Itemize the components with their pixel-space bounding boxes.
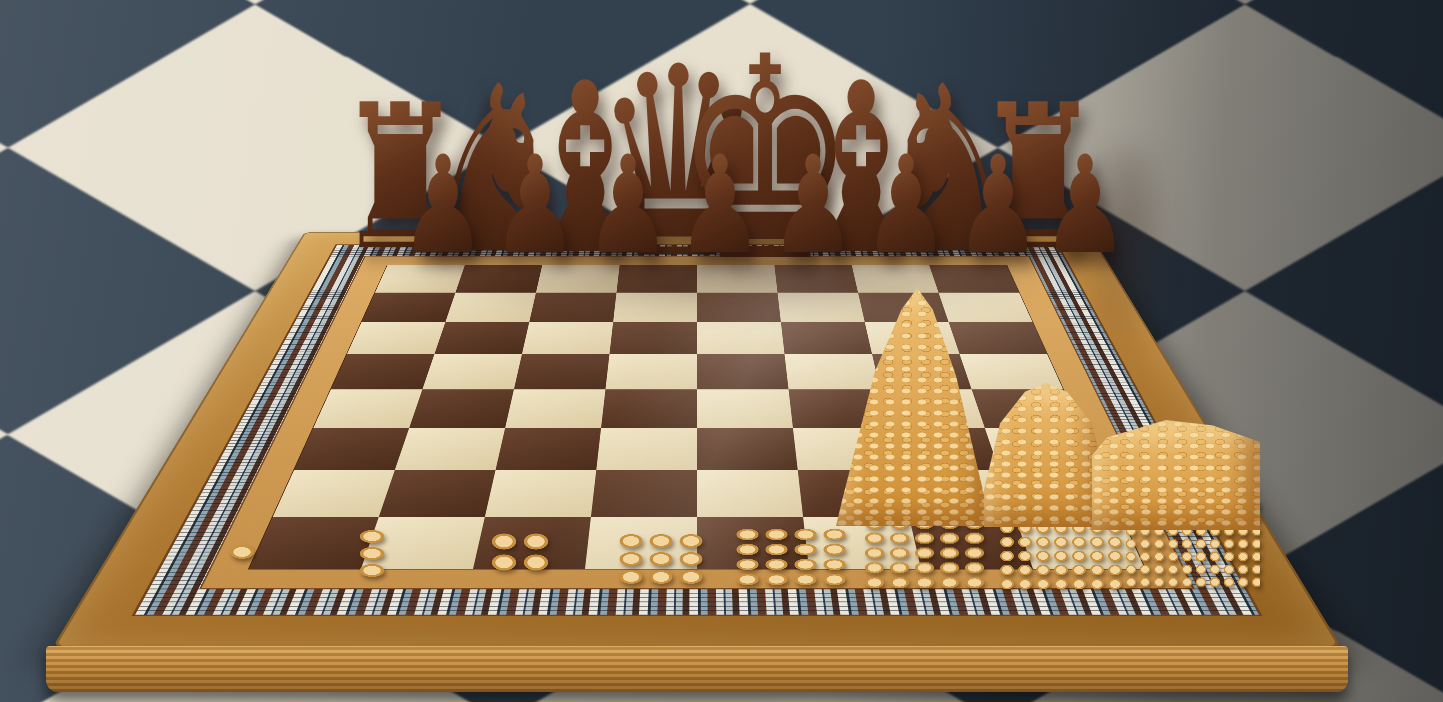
square-c6[interactable] xyxy=(522,322,613,354)
square-c3[interactable] xyxy=(496,428,602,470)
grains-b1 xyxy=(356,528,388,579)
square-c4[interactable] xyxy=(505,389,605,427)
square-h6[interactable] xyxy=(949,322,1048,354)
square-d5[interactable] xyxy=(605,354,697,389)
square-b2[interactable] xyxy=(379,470,496,517)
grains-e1 xyxy=(733,527,849,587)
screenshot-stage: ♜ ♞ ♝ ♛ ♚ ♝ ♞ ♜ ♟ ♟ ♟ ♟ ♟ ♟ ♟ ♟ xyxy=(0,0,1443,702)
square-c5[interactable] xyxy=(514,354,610,389)
square-c2[interactable] xyxy=(485,470,596,517)
wheat-pile-low-heap xyxy=(1092,420,1260,530)
square-a5[interactable] xyxy=(331,354,435,389)
square-a3[interactable] xyxy=(294,428,409,470)
square-a4[interactable] xyxy=(313,389,422,427)
square-d6[interactable] xyxy=(609,322,697,354)
square-e2[interactable] xyxy=(697,470,803,517)
board-front-bevel xyxy=(46,646,1348,692)
grains-c1 xyxy=(488,531,552,573)
square-b5[interactable] xyxy=(422,354,522,389)
piece-e7-black-pawn[interactable]: ♟ xyxy=(769,152,856,260)
square-b3[interactable] xyxy=(395,428,505,470)
grains-d1 xyxy=(616,532,706,586)
square-f5[interactable] xyxy=(785,354,881,389)
square-b4[interactable] xyxy=(409,389,514,427)
square-e5[interactable] xyxy=(697,354,789,389)
square-d3[interactable] xyxy=(596,428,697,470)
piece-a7-black-pawn[interactable]: ♟ xyxy=(399,152,486,260)
square-a6[interactable] xyxy=(347,322,446,354)
square-d2[interactable] xyxy=(591,470,697,517)
square-d4[interactable] xyxy=(601,389,697,427)
square-a2[interactable] xyxy=(273,470,395,517)
piece-c7-black-pawn[interactable]: ♟ xyxy=(584,152,671,260)
piece-g7-black-pawn[interactable]: ♟ xyxy=(954,152,1041,260)
piece-d7-black-pawn[interactable]: ♟ xyxy=(676,152,763,260)
square-e3[interactable] xyxy=(697,428,798,470)
square-e4[interactable] xyxy=(697,389,793,427)
piece-f7-black-pawn[interactable]: ♟ xyxy=(862,152,949,260)
square-f6[interactable] xyxy=(781,322,872,354)
grains-f1 xyxy=(862,516,990,590)
square-b6[interactable] xyxy=(434,322,529,354)
square-e6[interactable] xyxy=(697,322,785,354)
piece-h7-black-pawn[interactable]: ♟ xyxy=(1041,152,1128,260)
piece-b7-black-pawn[interactable]: ♟ xyxy=(491,152,578,260)
grains-a1 xyxy=(226,543,258,561)
